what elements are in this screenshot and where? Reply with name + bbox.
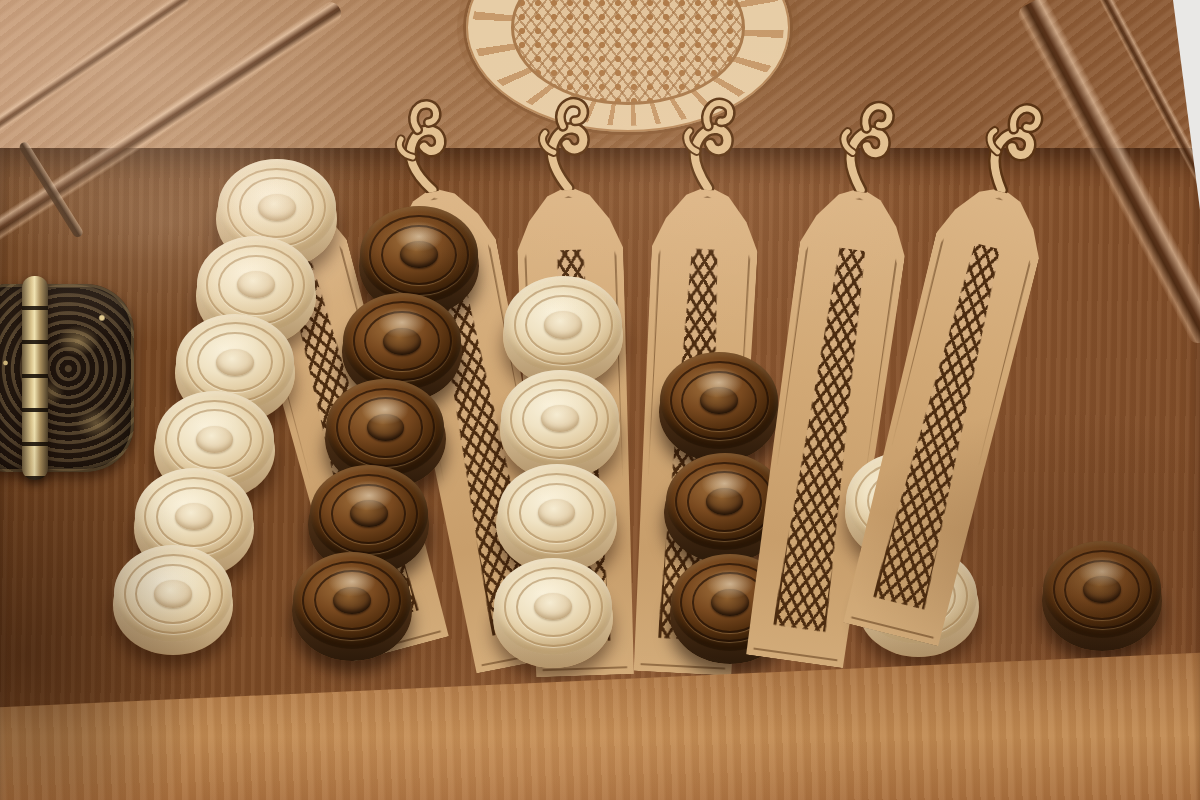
checker-gloss <box>537 290 589 323</box>
checker-gloss <box>699 467 751 500</box>
scroll-ornament-icon <box>665 88 756 192</box>
checker-gloss <box>168 482 220 515</box>
light-checker[interactable] <box>501 370 619 467</box>
dark-checker[interactable] <box>1043 541 1161 638</box>
light-checker[interactable] <box>498 464 616 561</box>
checker-gloss <box>693 366 745 399</box>
backgammon-board-photo <box>0 0 1200 800</box>
light-checker[interactable] <box>114 545 232 642</box>
checker-gloss <box>326 565 378 598</box>
checker-gloss <box>251 173 303 206</box>
checker-gloss <box>393 220 445 253</box>
hinge-barrel-icon <box>22 276 48 480</box>
checker-gloss <box>527 572 579 605</box>
checker-gloss <box>531 478 583 511</box>
checker-gloss <box>343 479 395 512</box>
scroll-ornament-icon <box>522 89 611 192</box>
light-checker[interactable] <box>504 276 622 373</box>
hinge <box>0 284 134 472</box>
dark-checker[interactable] <box>326 379 444 476</box>
light-checker[interactable] <box>494 558 612 655</box>
checker-gloss <box>230 250 282 283</box>
checker-gloss <box>359 393 411 426</box>
dark-checker[interactable] <box>360 206 478 303</box>
dark-checker[interactable] <box>660 352 778 449</box>
checker-gloss <box>147 559 199 592</box>
checker-gloss <box>704 568 756 601</box>
checker-gloss <box>534 384 586 417</box>
dark-checker[interactable] <box>343 293 461 390</box>
checker-gloss <box>1076 555 1128 588</box>
checker-gloss <box>209 327 261 360</box>
dark-checker[interactable] <box>310 465 428 562</box>
dark-checker[interactable] <box>293 552 411 649</box>
scroll-ornament-icon <box>818 87 917 198</box>
